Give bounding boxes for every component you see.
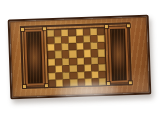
corner-inlay [129,81,132,84]
corner-inlay [105,25,108,28]
corner-inlay [23,85,26,88]
checkerboard [46,27,107,88]
corner-inlay [21,28,24,31]
game-table-top [8,15,152,100]
board-square[interactable] [99,78,106,85]
photo-background: Antique inlaid wooden games table top wi… [0,0,160,120]
corner-inlay [107,82,110,85]
corner-inlay [127,24,130,27]
right-marquetry-panel [107,25,130,84]
left-marquetry-panel [23,28,46,87]
